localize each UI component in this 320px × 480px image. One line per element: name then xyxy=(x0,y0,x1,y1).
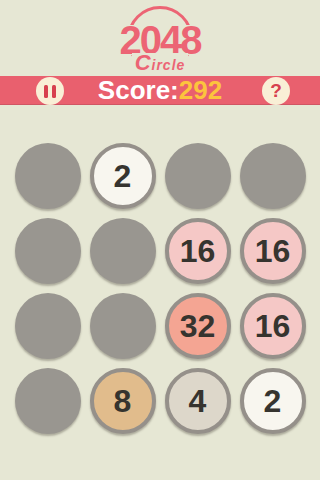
tile: 16 xyxy=(240,218,306,284)
tile xyxy=(15,293,81,359)
tile-number: 16 xyxy=(180,235,216,267)
game-screen: 2048 Circle Score:292 ? 2 16 16 32 16 8 … xyxy=(0,0,320,480)
score-label: Score: xyxy=(98,75,179,105)
cell-r4c4: 2 xyxy=(235,363,310,438)
tile xyxy=(165,143,231,209)
cell-r3c4: 16 xyxy=(235,288,310,363)
cell-r1c3 xyxy=(160,138,235,213)
cell-r2c4: 16 xyxy=(235,213,310,288)
question-mark-icon: ? xyxy=(270,77,282,105)
cell-r3c3: 32 xyxy=(160,288,235,363)
help-button[interactable]: ? xyxy=(262,77,290,105)
cell-r1c4 xyxy=(235,138,310,213)
cell-r4c3: 4 xyxy=(160,363,235,438)
cell-r4c2: 8 xyxy=(85,363,160,438)
tile xyxy=(15,218,81,284)
cell-r1c1 xyxy=(10,138,85,213)
tile: 16 xyxy=(165,218,231,284)
tile-number: 8 xyxy=(114,385,132,417)
tile xyxy=(90,293,156,359)
tile: 2 xyxy=(240,368,306,434)
tile: 8 xyxy=(90,368,156,434)
cell-r2c1 xyxy=(10,213,85,288)
tile xyxy=(15,368,81,434)
logo-title: 2048 xyxy=(117,25,204,55)
score-value: 292 xyxy=(179,75,222,105)
tile: 4 xyxy=(165,368,231,434)
cell-r2c2 xyxy=(85,213,160,288)
tile xyxy=(15,143,81,209)
logo-subtitle: Circle xyxy=(132,53,189,75)
game-board[interactable]: 2 16 16 32 16 8 4 2 xyxy=(10,138,310,438)
tile: 32 xyxy=(165,293,231,359)
cell-r3c1 xyxy=(10,288,85,363)
tile-number: 16 xyxy=(255,235,291,267)
tile-number: 4 xyxy=(189,385,207,417)
tile: 16 xyxy=(240,293,306,359)
pause-icon xyxy=(42,85,58,98)
cell-r3c2 xyxy=(85,288,160,363)
pause-button[interactable] xyxy=(36,77,64,105)
cell-r1c2: 2 xyxy=(85,138,160,213)
tile-number: 2 xyxy=(264,385,282,417)
cell-r2c3: 16 xyxy=(160,213,235,288)
logo: 2048 Circle xyxy=(0,0,320,76)
tile xyxy=(240,143,306,209)
tile-number: 16 xyxy=(255,310,291,342)
tile-number: 32 xyxy=(180,310,216,342)
cell-r4c1 xyxy=(10,363,85,438)
tile xyxy=(90,218,156,284)
tile-number: 2 xyxy=(114,160,132,192)
tile: 2 xyxy=(90,143,156,209)
